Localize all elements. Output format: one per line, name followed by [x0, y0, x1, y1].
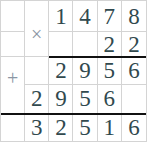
digit-cell-r2c5: 2: [98, 32, 122, 57]
empty-cell: [49, 32, 73, 57]
empty-cell: [1, 32, 25, 57]
digit-cell-r4c2: 2: [25, 85, 49, 114]
empty-cell: [25, 57, 49, 85]
digit-cell-r1c4: 4: [73, 1, 97, 32]
digit-cell-r5c5: 1: [98, 114, 122, 142]
plus-sign: +: [1, 57, 25, 114]
empty-cell: [73, 32, 97, 57]
digit-cell-r5c3: 2: [49, 114, 73, 142]
digit-cell-r2c6: 2: [122, 32, 146, 57]
times-sign: ×: [25, 1, 49, 57]
digit-cell-r3c4: 9: [73, 57, 97, 85]
digit-cell-r4c5: 6: [98, 85, 122, 114]
digit-cell-r5c4: 5: [73, 114, 97, 142]
empty-cell: [122, 85, 146, 114]
empty-cell: [1, 114, 25, 142]
digit-cell-r1c3: 1: [49, 1, 73, 32]
digit-cell-r3c3: 2: [49, 57, 73, 85]
digit-cell-r1c6: 8: [122, 1, 146, 32]
multiplication-bar: [49, 56, 146, 58]
digit-cell-r3c6: 6: [122, 57, 146, 85]
digit-cell-r3c5: 5: [98, 57, 122, 85]
digit-cell-r4c3: 9: [49, 85, 73, 114]
digit-cell-r5c2: 3: [25, 114, 49, 142]
digit-cell-r4c4: 5: [73, 85, 97, 114]
digit-cell-r1c5: 7: [98, 1, 122, 32]
digit-cell-r5c6: 6: [122, 114, 146, 142]
sum-bar: [1, 113, 146, 115]
empty-cell: [1, 1, 25, 32]
long-multiplication-board: ×147822+2956295632516: [0, 0, 147, 142]
